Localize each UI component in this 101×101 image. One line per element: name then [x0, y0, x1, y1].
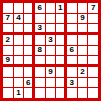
sudoku-board: 61774932386992631 [0, 0, 101, 101]
sudoku-grid: 61774932386992631 [3, 3, 98, 98]
cell-r9c3[interactable] [24, 88, 34, 98]
cell-r5c6[interactable] [56, 46, 66, 56]
cell-r1c3[interactable] [24, 3, 34, 13]
cell-r3c9[interactable] [88, 24, 98, 34]
cell-r5c2[interactable] [14, 46, 24, 56]
cell-r8c1[interactable] [3, 78, 13, 88]
given-digit-r7c5[interactable]: 9 [46, 67, 56, 77]
cell-r3c7[interactable] [67, 24, 77, 34]
cell-r9c5[interactable] [46, 88, 56, 98]
cell-r1c1[interactable] [3, 3, 13, 13]
cell-r3c1[interactable] [3, 24, 13, 34]
cell-r2c6[interactable] [56, 14, 66, 24]
given-digit-r5c7[interactable]: 6 [67, 46, 77, 56]
cell-r2c7[interactable] [67, 14, 77, 24]
cell-r6c4[interactable] [35, 56, 45, 66]
cell-r3c3[interactable] [24, 24, 34, 34]
cell-r9c1[interactable] [3, 88, 13, 98]
cell-r6c6[interactable] [56, 56, 66, 66]
cell-r3c5[interactable] [46, 24, 56, 34]
given-digit-r1c6[interactable]: 1 [56, 3, 66, 13]
given-digit-r2c1[interactable]: 7 [3, 14, 13, 24]
given-digit-r7c8[interactable]: 2 [78, 67, 88, 77]
cell-r6c9[interactable] [88, 56, 98, 66]
cell-r5c8[interactable] [78, 46, 88, 56]
given-digit-r5c4[interactable]: 8 [35, 46, 45, 56]
cell-r9c7[interactable] [67, 88, 77, 98]
cell-r4c9[interactable] [88, 35, 98, 45]
cell-r3c2[interactable] [14, 24, 24, 34]
cell-r8c4[interactable] [35, 78, 45, 88]
cell-r4c3[interactable] [24, 35, 34, 45]
cell-r8c6[interactable] [56, 78, 66, 88]
given-digit-r1c9[interactable]: 7 [88, 3, 98, 13]
given-digit-r8c3[interactable]: 6 [24, 78, 34, 88]
cell-r5c1[interactable] [3, 46, 13, 56]
cell-r7c1[interactable] [3, 67, 13, 77]
cell-r8c5[interactable] [46, 78, 56, 88]
cell-r7c2[interactable] [14, 67, 24, 77]
cell-r6c5[interactable] [46, 56, 56, 66]
cell-r5c9[interactable] [88, 46, 98, 56]
cell-r9c8[interactable] [78, 88, 88, 98]
cell-r4c2[interactable] [14, 35, 24, 45]
cell-r9c4[interactable] [35, 88, 45, 98]
cell-r7c9[interactable] [88, 67, 98, 77]
cell-r7c4[interactable] [35, 67, 45, 77]
cell-r1c5[interactable] [46, 3, 56, 13]
cell-r4c4[interactable] [35, 35, 45, 45]
cell-r9c9[interactable] [88, 88, 98, 98]
cell-r8c9[interactable] [88, 78, 98, 88]
cell-r7c7[interactable] [67, 67, 77, 77]
cell-r1c8[interactable] [78, 3, 88, 13]
given-digit-r6c1[interactable]: 9 [3, 56, 13, 66]
given-digit-r3c4[interactable]: 3 [35, 24, 45, 34]
cell-r6c2[interactable] [14, 56, 24, 66]
cell-r1c2[interactable] [14, 3, 24, 13]
given-digit-r8c7[interactable]: 3 [67, 78, 77, 88]
cell-r9c6[interactable] [56, 88, 66, 98]
cell-r1c7[interactable] [67, 3, 77, 13]
cell-r2c3[interactable] [24, 14, 34, 24]
cell-r6c8[interactable] [78, 56, 88, 66]
cell-r3c8[interactable] [78, 24, 88, 34]
cell-r4c7[interactable] [67, 35, 77, 45]
cell-r2c4[interactable] [35, 14, 45, 24]
cell-r2c5[interactable] [46, 14, 56, 24]
cell-r2c9[interactable] [88, 14, 98, 24]
cell-r6c7[interactable] [67, 56, 77, 66]
cell-r5c5[interactable] [46, 46, 56, 56]
cell-r4c8[interactable] [78, 35, 88, 45]
cell-r6c3[interactable] [24, 56, 34, 66]
cell-r7c6[interactable] [56, 67, 66, 77]
given-digit-r9c2[interactable]: 1 [14, 88, 24, 98]
given-digit-r2c8[interactable]: 9 [78, 14, 88, 24]
cell-r7c3[interactable] [24, 67, 34, 77]
given-digit-r4c1[interactable]: 2 [3, 35, 13, 45]
given-digit-r2c2[interactable]: 4 [14, 14, 24, 24]
given-digit-r1c4[interactable]: 6 [35, 3, 45, 13]
given-digit-r4c5[interactable]: 3 [46, 35, 56, 45]
cell-r5c3[interactable] [24, 46, 34, 56]
cell-r8c8[interactable] [78, 78, 88, 88]
cell-r3c6[interactable] [56, 24, 66, 34]
cell-r4c6[interactable] [56, 35, 66, 45]
cell-r8c2[interactable] [14, 78, 24, 88]
